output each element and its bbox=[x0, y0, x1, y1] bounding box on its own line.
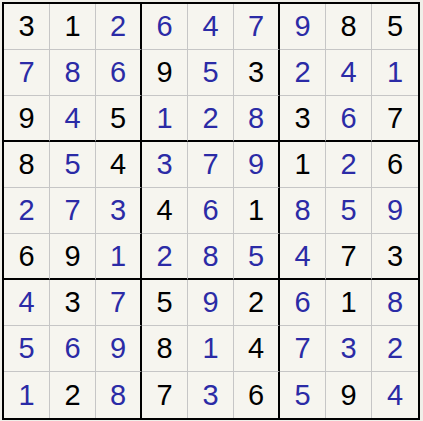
cell-r9c6[interactable]: 6 bbox=[234, 372, 280, 418]
cell-r3c4[interactable]: 1 bbox=[142, 96, 188, 142]
sudoku-board-frame: 3126479857869532419451283678543791262734… bbox=[2, 2, 420, 420]
cell-r7c6[interactable]: 2 bbox=[234, 280, 280, 326]
cell-r8c2[interactable]: 6 bbox=[50, 326, 96, 372]
cell-r6c3[interactable]: 1 bbox=[96, 234, 142, 280]
cell-r2c9[interactable]: 1 bbox=[372, 50, 418, 96]
cell-r4c6[interactable]: 9 bbox=[234, 142, 280, 188]
cell-r4c5[interactable]: 7 bbox=[188, 142, 234, 188]
cell-r1c6[interactable]: 7 bbox=[234, 4, 280, 50]
cell-r4c3[interactable]: 4 bbox=[96, 142, 142, 188]
cell-r7c7[interactable]: 6 bbox=[280, 280, 326, 326]
cell-r5c4[interactable]: 4 bbox=[142, 188, 188, 234]
sudoku-board: 3126479857869532419451283678543791262734… bbox=[4, 4, 418, 418]
cell-r6c8[interactable]: 7 bbox=[326, 234, 372, 280]
cell-r3c7[interactable]: 3 bbox=[280, 96, 326, 142]
cell-r8c8[interactable]: 3 bbox=[326, 326, 372, 372]
cell-r5c7[interactable]: 8 bbox=[280, 188, 326, 234]
cell-r4c8[interactable]: 2 bbox=[326, 142, 372, 188]
cell-r1c9[interactable]: 5 bbox=[372, 4, 418, 50]
cell-r3c6[interactable]: 8 bbox=[234, 96, 280, 142]
cell-r3c3[interactable]: 5 bbox=[96, 96, 142, 142]
cell-r8c7[interactable]: 7 bbox=[280, 326, 326, 372]
cell-r2c8[interactable]: 4 bbox=[326, 50, 372, 96]
cell-r6c5[interactable]: 8 bbox=[188, 234, 234, 280]
cell-r2c5[interactable]: 5 bbox=[188, 50, 234, 96]
cell-r4c2[interactable]: 5 bbox=[50, 142, 96, 188]
cell-r5c9[interactable]: 9 bbox=[372, 188, 418, 234]
cell-r6c1[interactable]: 6 bbox=[4, 234, 50, 280]
cell-r7c9[interactable]: 8 bbox=[372, 280, 418, 326]
cell-r8c5[interactable]: 1 bbox=[188, 326, 234, 372]
cell-r7c5[interactable]: 9 bbox=[188, 280, 234, 326]
cell-r8c6[interactable]: 4 bbox=[234, 326, 280, 372]
cell-r9c8[interactable]: 9 bbox=[326, 372, 372, 418]
cell-r2c2[interactable]: 8 bbox=[50, 50, 96, 96]
cell-r1c3[interactable]: 2 bbox=[96, 4, 142, 50]
cell-r1c7[interactable]: 9 bbox=[280, 4, 326, 50]
cell-r2c6[interactable]: 3 bbox=[234, 50, 280, 96]
cell-r1c1[interactable]: 3 bbox=[4, 4, 50, 50]
cell-r2c7[interactable]: 2 bbox=[280, 50, 326, 96]
cell-r9c7[interactable]: 5 bbox=[280, 372, 326, 418]
cell-r6c9[interactable]: 3 bbox=[372, 234, 418, 280]
cell-r7c3[interactable]: 7 bbox=[96, 280, 142, 326]
cell-r1c5[interactable]: 4 bbox=[188, 4, 234, 50]
cell-r4c9[interactable]: 6 bbox=[372, 142, 418, 188]
cell-r8c4[interactable]: 8 bbox=[142, 326, 188, 372]
cell-r1c8[interactable]: 8 bbox=[326, 4, 372, 50]
cell-r4c1[interactable]: 8 bbox=[4, 142, 50, 188]
cell-r3c8[interactable]: 6 bbox=[326, 96, 372, 142]
cell-r5c8[interactable]: 5 bbox=[326, 188, 372, 234]
cell-r7c1[interactable]: 4 bbox=[4, 280, 50, 326]
cell-r2c1[interactable]: 7 bbox=[4, 50, 50, 96]
cell-r4c7[interactable]: 1 bbox=[280, 142, 326, 188]
cell-r3c9[interactable]: 7 bbox=[372, 96, 418, 142]
cell-r7c2[interactable]: 3 bbox=[50, 280, 96, 326]
cell-r6c4[interactable]: 2 bbox=[142, 234, 188, 280]
cell-r9c2[interactable]: 2 bbox=[50, 372, 96, 418]
cell-r1c2[interactable]: 1 bbox=[50, 4, 96, 50]
cell-r8c9[interactable]: 2 bbox=[372, 326, 418, 372]
cell-r1c4[interactable]: 6 bbox=[142, 4, 188, 50]
cell-r5c6[interactable]: 1 bbox=[234, 188, 280, 234]
cell-r6c2[interactable]: 9 bbox=[50, 234, 96, 280]
cell-r3c1[interactable]: 9 bbox=[4, 96, 50, 142]
cell-r5c5[interactable]: 6 bbox=[188, 188, 234, 234]
cell-r5c1[interactable]: 2 bbox=[4, 188, 50, 234]
cell-r2c3[interactable]: 6 bbox=[96, 50, 142, 96]
cell-r9c4[interactable]: 7 bbox=[142, 372, 188, 418]
cell-r8c3[interactable]: 9 bbox=[96, 326, 142, 372]
cell-r4c4[interactable]: 3 bbox=[142, 142, 188, 188]
cell-r5c2[interactable]: 7 bbox=[50, 188, 96, 234]
cell-r6c6[interactable]: 5 bbox=[234, 234, 280, 280]
cell-r9c5[interactable]: 3 bbox=[188, 372, 234, 418]
cell-r3c2[interactable]: 4 bbox=[50, 96, 96, 142]
cell-r6c7[interactable]: 4 bbox=[280, 234, 326, 280]
cell-r2c4[interactable]: 9 bbox=[142, 50, 188, 96]
cell-r9c9[interactable]: 4 bbox=[372, 372, 418, 418]
cell-r3c5[interactable]: 2 bbox=[188, 96, 234, 142]
cell-r7c4[interactable]: 5 bbox=[142, 280, 188, 326]
cell-r9c1[interactable]: 1 bbox=[4, 372, 50, 418]
cell-r8c1[interactable]: 5 bbox=[4, 326, 50, 372]
cell-r9c3[interactable]: 8 bbox=[96, 372, 142, 418]
cell-r5c3[interactable]: 3 bbox=[96, 188, 142, 234]
cell-r7c8[interactable]: 1 bbox=[326, 280, 372, 326]
